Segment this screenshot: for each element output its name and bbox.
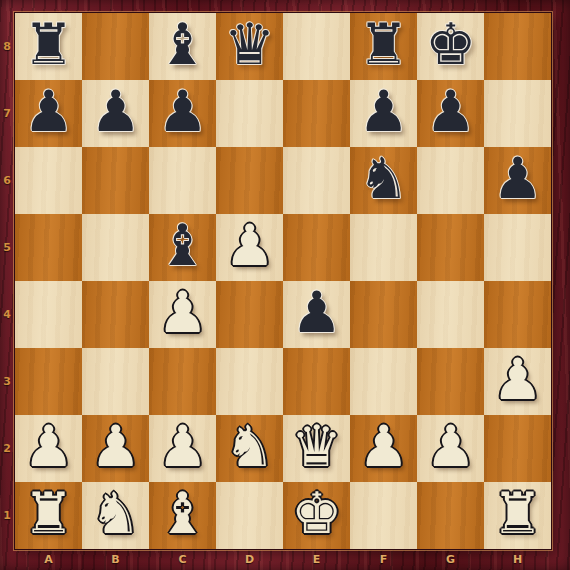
square-b2[interactable]: ♟ bbox=[82, 415, 149, 482]
white-bishop[interactable]: ♝ bbox=[157, 480, 208, 547]
square-g4[interactable] bbox=[417, 281, 484, 348]
square-a7[interactable]: ♟ bbox=[15, 80, 82, 147]
square-e4[interactable]: ♟ bbox=[283, 281, 350, 348]
rank-label-7: 7 bbox=[0, 80, 14, 147]
square-g8[interactable]: ♚ bbox=[417, 13, 484, 80]
chess-board: ♜♝♛♜♚♟♟♟♟♟♞♟♝♟♟♟♟♟♟♟♞♛♟♟♜♞♝♚♜ bbox=[15, 13, 551, 549]
square-d2[interactable]: ♞ bbox=[216, 415, 283, 482]
square-h2[interactable] bbox=[484, 415, 551, 482]
square-b5[interactable] bbox=[82, 214, 149, 281]
square-e3[interactable] bbox=[283, 348, 350, 415]
square-b4[interactable] bbox=[82, 281, 149, 348]
square-b1[interactable]: ♞ bbox=[82, 482, 149, 549]
square-c5[interactable]: ♝ bbox=[149, 214, 216, 281]
square-f7[interactable]: ♟ bbox=[350, 80, 417, 147]
square-a5[interactable] bbox=[15, 214, 82, 281]
square-c4[interactable]: ♟ bbox=[149, 281, 216, 348]
black-king[interactable]: ♚ bbox=[425, 11, 476, 78]
square-f3[interactable] bbox=[350, 348, 417, 415]
black-pawn[interactable]: ♟ bbox=[90, 78, 141, 145]
square-a8[interactable]: ♜ bbox=[15, 13, 82, 80]
black-pawn[interactable]: ♟ bbox=[291, 279, 342, 346]
square-a2[interactable]: ♟ bbox=[15, 415, 82, 482]
square-e7[interactable] bbox=[283, 80, 350, 147]
square-d5[interactable]: ♟ bbox=[216, 214, 283, 281]
white-pawn[interactable]: ♟ bbox=[492, 346, 543, 413]
white-rook[interactable]: ♜ bbox=[492, 480, 543, 547]
square-c1[interactable]: ♝ bbox=[149, 482, 216, 549]
square-h3[interactable]: ♟ bbox=[484, 348, 551, 415]
white-pawn[interactable]: ♟ bbox=[224, 212, 275, 279]
square-h1[interactable]: ♜ bbox=[484, 482, 551, 549]
chess-board-frame: ♜♝♛♜♚♟♟♟♟♟♞♟♝♟♟♟♟♟♟♟♞♛♟♟♜♞♝♚♜ 87654321AB… bbox=[0, 0, 570, 570]
black-rook[interactable]: ♜ bbox=[358, 11, 409, 78]
square-d1[interactable] bbox=[216, 482, 283, 549]
square-f2[interactable]: ♟ bbox=[350, 415, 417, 482]
black-pawn[interactable]: ♟ bbox=[358, 78, 409, 145]
square-e2[interactable]: ♛ bbox=[283, 415, 350, 482]
rank-label-1: 1 bbox=[0, 482, 14, 549]
square-b6[interactable] bbox=[82, 147, 149, 214]
rank-label-3: 3 bbox=[0, 348, 14, 415]
rank-label-4: 4 bbox=[0, 281, 14, 348]
black-pawn[interactable]: ♟ bbox=[492, 145, 543, 212]
black-pawn[interactable]: ♟ bbox=[23, 78, 74, 145]
square-d7[interactable] bbox=[216, 80, 283, 147]
square-g1[interactable] bbox=[417, 482, 484, 549]
file-label-g: G bbox=[417, 550, 484, 569]
black-pawn[interactable]: ♟ bbox=[157, 78, 208, 145]
white-pawn[interactable]: ♟ bbox=[425, 413, 476, 480]
square-e8[interactable] bbox=[283, 13, 350, 80]
file-label-h: H bbox=[484, 550, 551, 569]
file-label-f: F bbox=[350, 550, 417, 569]
square-h8[interactable] bbox=[484, 13, 551, 80]
white-pawn[interactable]: ♟ bbox=[157, 279, 208, 346]
white-pawn[interactable]: ♟ bbox=[358, 413, 409, 480]
square-c3[interactable] bbox=[149, 348, 216, 415]
square-g6[interactable] bbox=[417, 147, 484, 214]
black-pawn[interactable]: ♟ bbox=[425, 78, 476, 145]
white-knight[interactable]: ♞ bbox=[224, 413, 275, 480]
square-f5[interactable] bbox=[350, 214, 417, 281]
square-h7[interactable] bbox=[484, 80, 551, 147]
square-d4[interactable] bbox=[216, 281, 283, 348]
square-b7[interactable]: ♟ bbox=[82, 80, 149, 147]
square-f8[interactable]: ♜ bbox=[350, 13, 417, 80]
square-h5[interactable] bbox=[484, 214, 551, 281]
square-e6[interactable] bbox=[283, 147, 350, 214]
white-pawn[interactable]: ♟ bbox=[23, 413, 74, 480]
black-knight[interactable]: ♞ bbox=[358, 145, 409, 212]
white-knight[interactable]: ♞ bbox=[90, 480, 141, 547]
square-f4[interactable] bbox=[350, 281, 417, 348]
square-c6[interactable] bbox=[149, 147, 216, 214]
square-f1[interactable] bbox=[350, 482, 417, 549]
square-b8[interactable] bbox=[82, 13, 149, 80]
square-g5[interactable] bbox=[417, 214, 484, 281]
white-pawn[interactable]: ♟ bbox=[157, 413, 208, 480]
file-label-c: C bbox=[149, 550, 216, 569]
white-pawn[interactable]: ♟ bbox=[90, 413, 141, 480]
square-g3[interactable] bbox=[417, 348, 484, 415]
rank-label-5: 5 bbox=[0, 214, 14, 281]
square-h4[interactable] bbox=[484, 281, 551, 348]
square-d8[interactable]: ♛ bbox=[216, 13, 283, 80]
black-bishop[interactable]: ♝ bbox=[157, 212, 208, 279]
square-c2[interactable]: ♟ bbox=[149, 415, 216, 482]
rank-label-8: 8 bbox=[0, 13, 14, 80]
square-a1[interactable]: ♜ bbox=[15, 482, 82, 549]
square-e1[interactable]: ♚ bbox=[283, 482, 350, 549]
file-label-d: D bbox=[216, 550, 283, 569]
square-e5[interactable] bbox=[283, 214, 350, 281]
white-queen[interactable]: ♛ bbox=[291, 413, 342, 480]
rank-label-2: 2 bbox=[0, 415, 14, 482]
file-label-b: B bbox=[82, 550, 149, 569]
file-label-e: E bbox=[283, 550, 350, 569]
black-bishop[interactable]: ♝ bbox=[157, 11, 208, 78]
square-d6[interactable] bbox=[216, 147, 283, 214]
square-h6[interactable]: ♟ bbox=[484, 147, 551, 214]
square-a4[interactable] bbox=[15, 281, 82, 348]
white-rook[interactable]: ♜ bbox=[23, 480, 74, 547]
black-queen[interactable]: ♛ bbox=[224, 11, 275, 78]
square-a6[interactable] bbox=[15, 147, 82, 214]
square-d3[interactable] bbox=[216, 348, 283, 415]
square-c7[interactable]: ♟ bbox=[149, 80, 216, 147]
white-king[interactable]: ♚ bbox=[291, 480, 342, 547]
square-b3[interactable] bbox=[82, 348, 149, 415]
file-label-a: A bbox=[15, 550, 82, 569]
black-rook[interactable]: ♜ bbox=[23, 11, 74, 78]
rank-label-6: 6 bbox=[0, 147, 14, 214]
square-f6[interactable]: ♞ bbox=[350, 147, 417, 214]
square-g7[interactable]: ♟ bbox=[417, 80, 484, 147]
square-a3[interactable] bbox=[15, 348, 82, 415]
square-c8[interactable]: ♝ bbox=[149, 13, 216, 80]
square-g2[interactable]: ♟ bbox=[417, 415, 484, 482]
